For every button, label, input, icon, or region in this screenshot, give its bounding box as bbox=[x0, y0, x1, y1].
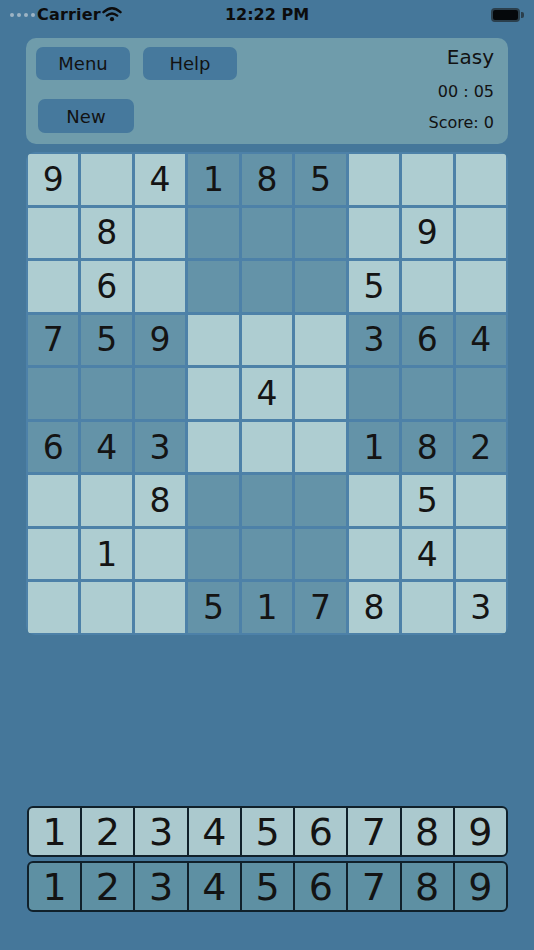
cell-r7c3[interactable]: 8 bbox=[135, 475, 185, 526]
cell-r3c6[interactable] bbox=[295, 261, 345, 312]
cell-r9c1[interactable] bbox=[28, 582, 78, 633]
cell-r5c8[interactable] bbox=[402, 368, 452, 419]
cell-r1c7[interactable] bbox=[349, 154, 399, 205]
cell-r7c8[interactable]: 5 bbox=[402, 475, 452, 526]
cell-r3c9[interactable] bbox=[456, 261, 506, 312]
cell-r4c6[interactable] bbox=[295, 315, 345, 366]
cell-r4c4[interactable] bbox=[188, 315, 238, 366]
sudoku-board: 9418589657593644643182851451783 bbox=[26, 152, 508, 635]
numpad-top-key-4[interactable]: 4 bbox=[189, 808, 240, 855]
cell-r6c6[interactable] bbox=[295, 422, 345, 473]
cell-r8c3[interactable] bbox=[135, 529, 185, 580]
cell-r6c4[interactable] bbox=[188, 422, 238, 473]
help-button[interactable]: Help bbox=[143, 47, 237, 80]
cell-r1c1[interactable]: 9 bbox=[28, 154, 78, 205]
cell-r8c4[interactable] bbox=[188, 529, 238, 580]
status-bar: Carrier 12:22 PM bbox=[0, 0, 534, 30]
cell-r6c8[interactable]: 8 bbox=[402, 422, 452, 473]
numpad-bottom-key-3[interactable]: 3 bbox=[135, 863, 186, 910]
difficulty-label: Easy bbox=[447, 45, 494, 69]
cell-r2c2[interactable]: 8 bbox=[81, 208, 131, 259]
cell-r8c2[interactable]: 1 bbox=[81, 529, 131, 580]
numpad-top-key-3[interactable]: 3 bbox=[135, 808, 186, 855]
cell-r7c4[interactable] bbox=[188, 475, 238, 526]
clock-label: 12:22 PM bbox=[0, 5, 534, 24]
cell-r2c6[interactable] bbox=[295, 208, 345, 259]
cell-r8c8[interactable]: 4 bbox=[402, 529, 452, 580]
cell-r9c4[interactable]: 5 bbox=[188, 582, 238, 633]
cell-r9c5[interactable]: 1 bbox=[242, 582, 292, 633]
cell-r2c1[interactable] bbox=[28, 208, 78, 259]
new-game-button[interactable]: New bbox=[38, 99, 134, 133]
cell-r3c2[interactable]: 6 bbox=[81, 261, 131, 312]
cell-r5c3[interactable] bbox=[135, 368, 185, 419]
cell-r7c1[interactable] bbox=[28, 475, 78, 526]
cell-r5c9[interactable] bbox=[456, 368, 506, 419]
header-panel: Menu Help New Easy 00 : 05 Score: 0 bbox=[26, 38, 508, 144]
cell-r7c2[interactable] bbox=[81, 475, 131, 526]
cell-r3c8[interactable] bbox=[402, 261, 452, 312]
numpad-top-key-7[interactable]: 7 bbox=[348, 808, 399, 855]
numpad-bottom-key-5[interactable]: 5 bbox=[242, 863, 293, 910]
cell-r2c9[interactable] bbox=[456, 208, 506, 259]
numpad-top-key-8[interactable]: 8 bbox=[402, 808, 453, 855]
cell-r1c4[interactable]: 1 bbox=[188, 154, 238, 205]
cell-r5c2[interactable] bbox=[81, 368, 131, 419]
numpad-bottom-key-4[interactable]: 4 bbox=[189, 863, 240, 910]
numpad-top-key-9[interactable]: 9 bbox=[455, 808, 506, 855]
cell-r8c9[interactable] bbox=[456, 529, 506, 580]
cell-r7c5[interactable] bbox=[242, 475, 292, 526]
cell-r2c8[interactable]: 9 bbox=[402, 208, 452, 259]
cell-r1c5[interactable]: 8 bbox=[242, 154, 292, 205]
numpad-bottom-key-7[interactable]: 7 bbox=[348, 863, 399, 910]
numpad-bottom: 123456789 bbox=[27, 861, 508, 912]
numpad-top-key-6[interactable]: 6 bbox=[295, 808, 346, 855]
cell-r2c4[interactable] bbox=[188, 208, 238, 259]
cell-r8c7[interactable] bbox=[349, 529, 399, 580]
cell-r1c3[interactable]: 4 bbox=[135, 154, 185, 205]
cell-r9c9[interactable]: 3 bbox=[456, 582, 506, 633]
cell-r5c5[interactable]: 4 bbox=[242, 368, 292, 419]
numpad-top: 123456789 bbox=[27, 806, 508, 857]
cell-r4c7[interactable]: 3 bbox=[349, 315, 399, 366]
cell-r4c1[interactable]: 7 bbox=[28, 315, 78, 366]
cell-r2c7[interactable] bbox=[349, 208, 399, 259]
cell-r1c6[interactable]: 5 bbox=[295, 154, 345, 205]
battery-icon bbox=[491, 8, 520, 22]
cell-r1c2[interactable] bbox=[81, 154, 131, 205]
cell-r8c1[interactable] bbox=[28, 529, 78, 580]
numpad-bottom-key-8[interactable]: 8 bbox=[402, 863, 453, 910]
score-label: Score: 0 bbox=[429, 113, 494, 132]
cell-r8c6[interactable] bbox=[295, 529, 345, 580]
cell-r4c2[interactable]: 5 bbox=[81, 315, 131, 366]
cell-r3c4[interactable] bbox=[188, 261, 238, 312]
cell-r5c1[interactable] bbox=[28, 368, 78, 419]
cell-r4c3[interactable]: 9 bbox=[135, 315, 185, 366]
numpad-top-key-5[interactable]: 5 bbox=[242, 808, 293, 855]
cell-r3c1[interactable] bbox=[28, 261, 78, 312]
menu-button[interactable]: Menu bbox=[36, 47, 130, 80]
timer-label: 00 : 05 bbox=[438, 82, 494, 101]
numpad-bottom-key-2[interactable]: 2 bbox=[82, 863, 133, 910]
cell-r6c1[interactable]: 6 bbox=[28, 422, 78, 473]
cell-r5c7[interactable] bbox=[349, 368, 399, 419]
cell-r2c5[interactable] bbox=[242, 208, 292, 259]
cell-r1c9[interactable] bbox=[456, 154, 506, 205]
cell-r9c6[interactable]: 7 bbox=[295, 582, 345, 633]
numpad-top-key-1[interactable]: 1 bbox=[29, 808, 80, 855]
cell-r1c8[interactable] bbox=[402, 154, 452, 205]
cell-r6c2[interactable]: 4 bbox=[81, 422, 131, 473]
cell-r5c6[interactable] bbox=[295, 368, 345, 419]
cell-r2c3[interactable] bbox=[135, 208, 185, 259]
cell-r4c5[interactable] bbox=[242, 315, 292, 366]
numpad-bottom-key-1[interactable]: 1 bbox=[29, 863, 80, 910]
battery-nub-icon bbox=[521, 12, 524, 18]
cell-r7c9[interactable] bbox=[456, 475, 506, 526]
cell-r5c4[interactable] bbox=[188, 368, 238, 419]
cell-r3c3[interactable] bbox=[135, 261, 185, 312]
cell-r9c7[interactable]: 8 bbox=[349, 582, 399, 633]
cell-r6c5[interactable] bbox=[242, 422, 292, 473]
cell-r6c9[interactable]: 2 bbox=[456, 422, 506, 473]
cell-r4c8[interactable]: 6 bbox=[402, 315, 452, 366]
cell-r4c9[interactable]: 4 bbox=[456, 315, 506, 366]
numpad-bottom-key-9[interactable]: 9 bbox=[455, 863, 506, 910]
cell-r8c5[interactable] bbox=[242, 529, 292, 580]
cell-r9c8[interactable] bbox=[402, 582, 452, 633]
cell-r7c6[interactable] bbox=[295, 475, 345, 526]
numpad-bottom-key-6[interactable]: 6 bbox=[295, 863, 346, 910]
cell-r9c2[interactable] bbox=[81, 582, 131, 633]
cell-r3c5[interactable] bbox=[242, 261, 292, 312]
cell-r3c7[interactable]: 5 bbox=[349, 261, 399, 312]
cell-r9c3[interactable] bbox=[135, 582, 185, 633]
cell-r7c7[interactable] bbox=[349, 475, 399, 526]
cell-r6c7[interactable]: 1 bbox=[349, 422, 399, 473]
cell-r6c3[interactable]: 3 bbox=[135, 422, 185, 473]
numpad-top-key-2[interactable]: 2 bbox=[82, 808, 133, 855]
